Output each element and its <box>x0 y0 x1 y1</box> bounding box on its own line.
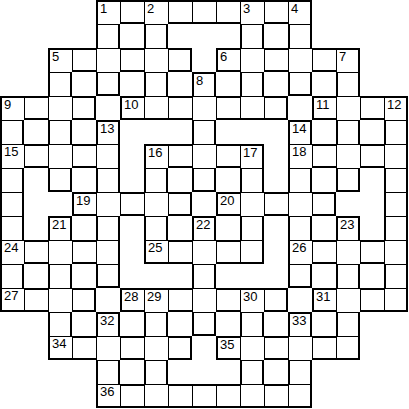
cell-r8c0[interactable] <box>0 192 24 216</box>
clue-number-31: 31 <box>316 290 330 303</box>
cell-r8c7[interactable] <box>168 192 192 216</box>
cell-r9c4[interactable] <box>96 216 120 240</box>
cell-r3c10[interactable] <box>240 72 264 96</box>
cell-r7c0[interactable] <box>0 168 24 192</box>
cell-r6c7[interactable] <box>168 144 192 168</box>
cell-r2c11[interactable] <box>264 48 288 72</box>
cell-r0c4[interactable]: 1 <box>96 0 120 24</box>
cell-r3c6[interactable] <box>144 72 168 96</box>
cell-r12c10[interactable]: 30 <box>240 288 264 312</box>
cell-r9c14[interactable]: 23 <box>336 216 360 240</box>
clue-number-30: 30 <box>243 290 257 303</box>
cell-r0c8[interactable] <box>192 0 216 24</box>
clue-number-13: 13 <box>100 122 114 135</box>
cell-r6c8[interactable] <box>192 144 216 168</box>
cell-r7c4[interactable] <box>96 168 120 192</box>
cell-r15c10[interactable] <box>240 360 264 384</box>
cell-r4c15[interactable] <box>360 96 384 120</box>
cell-r8c4[interactable] <box>96 192 120 216</box>
cell-r9c10[interactable] <box>240 216 264 240</box>
clue-number-29: 29 <box>147 290 161 303</box>
cell-r2c13[interactable] <box>312 48 336 72</box>
cell-r7c14[interactable] <box>336 168 360 192</box>
cell-r2c9[interactable]: 6 <box>216 48 240 72</box>
clue-number-32: 32 <box>100 314 114 327</box>
clue-number-24: 24 <box>4 241 18 254</box>
clue-number-17: 17 <box>243 146 257 159</box>
cell-r6c13[interactable] <box>312 144 336 168</box>
clue-number-4: 4 <box>291 2 298 15</box>
cell-r6c1[interactable] <box>24 144 48 168</box>
cell-r12c5[interactable]: 28 <box>120 288 144 312</box>
cell-r14c10[interactable] <box>240 336 264 360</box>
cell-r6c2[interactable] <box>48 144 72 168</box>
cell-r16c11[interactable] <box>264 384 288 408</box>
cell-r2c12[interactable] <box>288 48 312 72</box>
cell-r9c0[interactable] <box>0 216 24 240</box>
cell-r7c6[interactable] <box>144 168 168 192</box>
cell-r4c8[interactable] <box>192 96 216 120</box>
cell-r4c2[interactable] <box>48 96 72 120</box>
cell-r13c2[interactable] <box>48 312 72 336</box>
cell-r4c1[interactable] <box>24 96 48 120</box>
cell-r15c6[interactable] <box>144 360 168 384</box>
cell-r4c11[interactable] <box>264 96 288 120</box>
cell-r7c12[interactable] <box>288 168 312 192</box>
cell-r6c15[interactable] <box>360 144 384 168</box>
cell-r2c14[interactable]: 7 <box>336 48 360 72</box>
cell-r10c1[interactable] <box>24 240 48 264</box>
clue-number-14: 14 <box>292 122 306 135</box>
cell-r5c4[interactable]: 13 <box>96 120 120 144</box>
cell-r10c13[interactable] <box>312 240 336 264</box>
cell-r0c10[interactable]: 3 <box>240 0 264 24</box>
cell-r14c11[interactable] <box>264 336 288 360</box>
cell-r5c0[interactable] <box>0 120 24 144</box>
cell-r12c2[interactable] <box>48 288 72 312</box>
cell-r4c10[interactable] <box>240 96 264 120</box>
cell-r6c10[interactable]: 17 <box>240 144 264 168</box>
cell-r11c16[interactable] <box>384 264 408 288</box>
cell-r8c5[interactable] <box>120 192 144 216</box>
cell-r6c3[interactable] <box>72 144 96 168</box>
cell-r15c4[interactable] <box>96 360 120 384</box>
cell-r12c8[interactable] <box>192 288 216 312</box>
clue-number-33: 33 <box>292 314 306 327</box>
clue-number-7: 7 <box>339 50 346 63</box>
cell-r4c16[interactable]: 12 <box>384 96 408 120</box>
cell-r10c0[interactable]: 24 <box>0 240 24 264</box>
cell-r3c12[interactable] <box>288 72 312 96</box>
cell-r13c14[interactable] <box>336 312 360 336</box>
clue-number-16: 16 <box>148 146 162 159</box>
cell-r6c12[interactable]: 18 <box>288 144 312 168</box>
clue-number-6: 6 <box>220 50 227 63</box>
clue-number-21: 21 <box>52 218 66 231</box>
cell-r4c0[interactable]: 9 <box>0 96 24 120</box>
cell-r2c10[interactable] <box>240 48 264 72</box>
cell-r8c10[interactable] <box>240 192 264 216</box>
cell-r0c9[interactable] <box>216 0 240 24</box>
clue-number-26: 26 <box>292 241 306 254</box>
cell-r5c2[interactable] <box>48 120 72 144</box>
cell-r10c7[interactable] <box>168 240 192 264</box>
cell-r2c5[interactable] <box>120 48 144 72</box>
cell-r3c8[interactable]: 8 <box>192 72 216 96</box>
cell-r16c6[interactable] <box>144 384 168 408</box>
cell-r12c7[interactable] <box>168 288 192 312</box>
cell-r9c8[interactable]: 22 <box>192 216 216 240</box>
cell-r2c6[interactable] <box>144 48 168 72</box>
cell-r8c6[interactable] <box>144 192 168 216</box>
cell-r16c9[interactable] <box>216 384 240 408</box>
clue-number-25: 25 <box>148 241 162 254</box>
cell-r4c14[interactable] <box>336 96 360 120</box>
cell-r4c7[interactable] <box>168 96 192 120</box>
cell-r9c16[interactable] <box>384 216 408 240</box>
cell-r14c13[interactable] <box>312 336 336 360</box>
cell-r5c14[interactable] <box>336 120 360 144</box>
cell-r3c14[interactable] <box>336 72 360 96</box>
cell-r16c5[interactable] <box>120 384 144 408</box>
cell-r13c6[interactable] <box>144 312 168 336</box>
clue-number-2: 2 <box>147 2 154 15</box>
cell-r10c9[interactable] <box>216 240 240 264</box>
clue-number-11: 11 <box>316 98 330 111</box>
cell-r14c14[interactable] <box>336 336 360 360</box>
cell-r6c9[interactable] <box>216 144 240 168</box>
cell-r12c14[interactable] <box>336 288 360 312</box>
cell-r12c11[interactable] <box>264 288 288 312</box>
clue-number-12: 12 <box>387 98 401 111</box>
cell-r8c3[interactable]: 19 <box>72 192 96 216</box>
cell-r2c3[interactable] <box>72 48 96 72</box>
clue-number-20: 20 <box>220 194 234 207</box>
page-background: 1234567891011121314151617181920212223242… <box>0 0 409 409</box>
clue-number-8: 8 <box>196 74 203 87</box>
cell-r0c11[interactable] <box>264 0 288 24</box>
cell-r12c13[interactable]: 31 <box>312 288 336 312</box>
cell-r8c16[interactable] <box>384 192 408 216</box>
cell-r14c5[interactable] <box>120 336 144 360</box>
clue-number-36: 36 <box>100 385 114 398</box>
cell-r4c6[interactable] <box>144 96 168 120</box>
cell-r0c6[interactable]: 2 <box>144 0 168 24</box>
cell-r10c16[interactable] <box>384 240 408 264</box>
cell-r11c14[interactable] <box>336 264 360 288</box>
cell-r12c6[interactable]: 29 <box>144 288 168 312</box>
cell-r14c9[interactable]: 35 <box>216 336 240 360</box>
cell-r7c10[interactable] <box>240 168 264 192</box>
cell-r16c4[interactable]: 36 <box>96 384 120 408</box>
clue-number-3: 3 <box>243 2 250 15</box>
cell-r11c8[interactable] <box>192 264 216 288</box>
cell-r5c8[interactable] <box>192 120 216 144</box>
cell-r13c12[interactable]: 33 <box>288 312 312 336</box>
cell-r10c4[interactable] <box>96 240 120 264</box>
cell-r4c5[interactable]: 10 <box>120 96 144 120</box>
cell-r3c4[interactable] <box>96 72 120 96</box>
clue-number-23: 23 <box>340 218 354 231</box>
cell-r9c2[interactable]: 21 <box>48 216 72 240</box>
cell-r6c14[interactable] <box>336 144 360 168</box>
cell-r12c0[interactable]: 27 <box>0 288 24 312</box>
cell-r12c15[interactable] <box>360 288 384 312</box>
cell-r9c6[interactable] <box>144 216 168 240</box>
cell-r8c12[interactable] <box>288 192 312 216</box>
cell-r10c2[interactable] <box>48 240 72 264</box>
clue-number-10: 10 <box>124 98 138 111</box>
cell-r8c9[interactable]: 20 <box>216 192 240 216</box>
cell-r14c2[interactable]: 34 <box>48 336 72 360</box>
cell-r1c4[interactable] <box>96 24 120 48</box>
cell-r1c12[interactable] <box>288 24 312 48</box>
cell-r7c2[interactable] <box>48 168 72 192</box>
cell-r11c4[interactable] <box>96 264 120 288</box>
cell-r1c6[interactable] <box>144 24 168 48</box>
cell-r10c10[interactable] <box>240 240 264 264</box>
cell-r3c2[interactable] <box>48 72 72 96</box>
clue-number-5: 5 <box>52 50 59 63</box>
crossword-board: 1234567891011121314151617181920212223242… <box>0 0 408 408</box>
cell-r10c14[interactable] <box>336 240 360 264</box>
cell-r1c10[interactable] <box>240 24 264 48</box>
clue-number-22: 22 <box>196 218 210 231</box>
clue-number-9: 9 <box>4 98 11 111</box>
cell-r10c12[interactable]: 26 <box>288 240 312 264</box>
cell-r7c16[interactable] <box>384 168 408 192</box>
clue-number-19: 19 <box>76 194 90 207</box>
cell-r2c4[interactable] <box>96 48 120 72</box>
cell-r8c13[interactable] <box>312 192 336 216</box>
cell-r4c13[interactable]: 11 <box>312 96 336 120</box>
cell-r12c9[interactable] <box>216 288 240 312</box>
cell-r11c12[interactable] <box>288 264 312 288</box>
clue-number-27: 27 <box>4 289 18 302</box>
cell-r8c11[interactable] <box>264 192 288 216</box>
cell-r6c0[interactable]: 15 <box>0 144 24 168</box>
cell-r0c12[interactable]: 4 <box>288 0 312 24</box>
cell-r13c10[interactable] <box>240 312 264 336</box>
cell-r0c5[interactable] <box>120 0 144 24</box>
clue-number-18: 18 <box>292 145 306 158</box>
cell-r14c4[interactable] <box>96 336 120 360</box>
clue-number-34: 34 <box>52 337 66 350</box>
cell-r16c12[interactable] <box>288 384 312 408</box>
cell-r4c9[interactable] <box>216 96 240 120</box>
cell-r14c7[interactable] <box>168 336 192 360</box>
cell-r2c2[interactable]: 5 <box>48 48 72 72</box>
clue-number-1: 1 <box>100 2 107 15</box>
cell-r6c6[interactable]: 16 <box>144 144 168 168</box>
cell-r6c4[interactable] <box>96 144 120 168</box>
cell-r15c12[interactable] <box>288 360 312 384</box>
cell-r13c8[interactable] <box>192 312 216 336</box>
cell-r12c3[interactable] <box>72 288 96 312</box>
cell-r16c8[interactable] <box>192 384 216 408</box>
cell-r12c16[interactable] <box>384 288 408 312</box>
cell-r14c12[interactable] <box>288 336 312 360</box>
cell-r2c7[interactable] <box>168 48 192 72</box>
cell-r6c16[interactable] <box>384 144 408 168</box>
cell-r4c3[interactable] <box>72 96 96 120</box>
cell-r16c7[interactable] <box>168 384 192 408</box>
cell-r10c15[interactable] <box>360 240 384 264</box>
cell-r9c12[interactable] <box>288 216 312 240</box>
cell-r14c3[interactable] <box>72 336 96 360</box>
cell-r10c3[interactable] <box>72 240 96 264</box>
cell-r10c8[interactable] <box>192 240 216 264</box>
cell-r7c8[interactable] <box>192 168 216 192</box>
cell-r11c0[interactable] <box>0 264 24 288</box>
cell-r0c7[interactable] <box>168 0 192 24</box>
cell-r12c1[interactable] <box>24 288 48 312</box>
cell-r10c6[interactable]: 25 <box>144 240 168 264</box>
clue-number-15: 15 <box>4 145 18 158</box>
cell-r14c6[interactable] <box>144 336 168 360</box>
cell-r5c12[interactable]: 14 <box>288 120 312 144</box>
cell-r5c16[interactable] <box>384 120 408 144</box>
clue-number-28: 28 <box>124 290 138 303</box>
clue-number-35: 35 <box>220 338 234 351</box>
cell-r11c2[interactable] <box>48 264 72 288</box>
cell-r16c10[interactable] <box>240 384 264 408</box>
cell-r13c4[interactable]: 32 <box>96 312 120 336</box>
